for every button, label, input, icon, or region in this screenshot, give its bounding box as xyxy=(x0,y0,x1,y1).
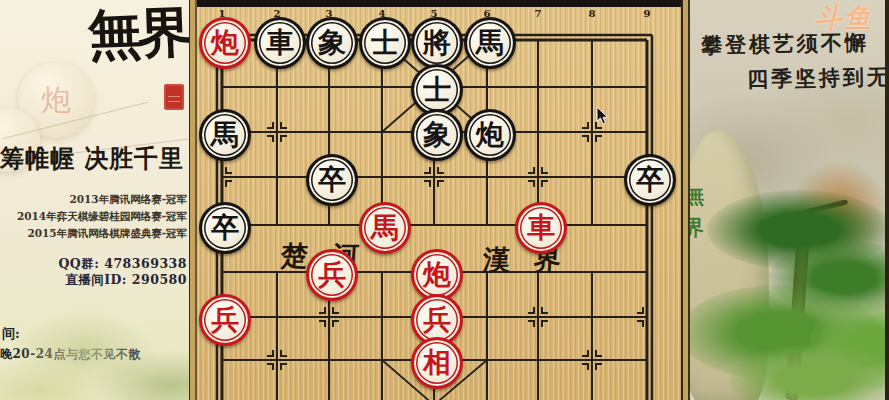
black-piece-車[interactable]: 車 xyxy=(254,17,306,69)
red-piece-兵[interactable]: 兵 xyxy=(306,249,358,301)
black-piece-卒[interactable]: 卒 xyxy=(306,154,358,206)
black-piece-馬[interactable]: 馬 xyxy=(199,109,251,161)
douyu-watermark: 斗鱼 xyxy=(815,0,873,36)
achievement-list: 2013年腾讯网络赛-冠军 2014年弈天棋缘碧桂园网络赛-冠军 2015年腾讯… xyxy=(0,191,187,242)
gold-divider-right xyxy=(681,0,690,400)
motto-calligraphy: 筹帷幄 决胜千里 xyxy=(0,142,182,175)
column-label: 8 xyxy=(585,8,599,19)
calligraphy-line2: 四季坚持到无界 xyxy=(747,63,889,94)
black-piece-馬[interactable]: 馬 xyxy=(464,17,516,69)
live-room-id-label: 直播间ID: 290580 xyxy=(0,272,187,289)
qq-group-label: QQ群: 478369338 xyxy=(0,256,187,273)
column-label: 7 xyxy=(531,8,545,19)
red-piece-兵[interactable]: 兵 xyxy=(199,294,251,346)
screen-right-edge xyxy=(885,0,889,400)
left-banner: 炮 無界 筹帷幄 决胜千里 2013年腾讯网络赛-冠军 2014年弈天棋缘碧桂园… xyxy=(0,0,190,400)
achievement-line: 2015年腾讯网络棋牌盛典赛-冠军 xyxy=(0,225,187,242)
rock-inscription: 無界 xyxy=(689,180,705,243)
red-piece-車[interactable]: 車 xyxy=(515,202,567,254)
brand-calligraphy: 無界 xyxy=(87,6,190,61)
black-piece-卒[interactable]: 卒 xyxy=(199,202,251,254)
achievement-line: 2014年弈天棋缘碧桂园网络赛-冠军 xyxy=(0,208,187,225)
red-piece-相[interactable]: 相 xyxy=(411,337,463,389)
seal-stamp xyxy=(164,84,184,110)
black-piece-卒[interactable]: 卒 xyxy=(624,154,676,206)
black-piece-象[interactable]: 象 xyxy=(306,17,358,69)
black-piece-將[interactable]: 將 xyxy=(411,17,463,69)
red-piece-馬[interactable]: 馬 xyxy=(359,202,411,254)
right-banner: 無界 攀登棋艺须不懈 四季坚持到无界 斗鱼 xyxy=(689,0,889,400)
column-label: 9 xyxy=(640,8,654,19)
stream-frame: 炮 無界 筹帷幄 决胜千里 2013年腾讯网络赛-冠军 2014年弈天棋缘碧桂园… xyxy=(0,0,889,400)
red-piece-炮[interactable]: 炮 xyxy=(199,17,251,69)
black-piece-象[interactable]: 象 xyxy=(411,109,463,161)
board-top-edge xyxy=(195,0,687,7)
xiangqi-board[interactable]: 123456789 楚河 漢界 炮車象士將馬士馬象炮卒卒卒馬車兵炮兵兵相 xyxy=(195,0,687,400)
achievement-line: 2013年腾讯网络赛-冠军 xyxy=(0,191,187,208)
faint-piece-char: 炮 xyxy=(41,80,71,121)
black-piece-士[interactable]: 士 xyxy=(359,17,411,69)
black-piece-炮[interactable]: 炮 xyxy=(464,109,516,161)
gold-divider-left xyxy=(189,0,197,400)
